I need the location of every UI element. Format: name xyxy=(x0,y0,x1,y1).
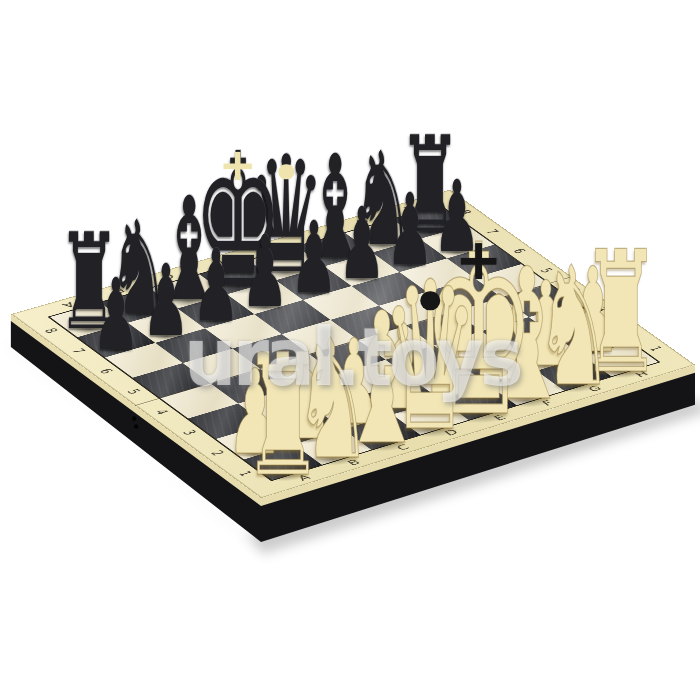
piece-black-pawn-e7[interactable]: ♟ xyxy=(290,209,338,308)
piece-black-pawn-d7[interactable]: ♟ xyxy=(241,223,289,322)
piece-black-pawn-b7[interactable]: ♟ xyxy=(142,252,190,351)
piece-black-pawn-c7[interactable]: ♟ xyxy=(192,237,240,336)
piece-black-pawn-a7[interactable]: ♟ xyxy=(93,266,141,365)
piece-white-rook-a1[interactable]: ♜ xyxy=(242,331,323,499)
chess-set-photo: AABBCCDDEEFFGGHH1122334455667788 ♜♞♝♚+♛♝… xyxy=(0,0,700,700)
pieces-layer: ♜♞♝♚+♛♝♞♜♟♟♟♟♟♟♟♟♟♟♟♟♟♟♟♟♜♞♝♛♚+♝♞♜ xyxy=(0,0,700,700)
